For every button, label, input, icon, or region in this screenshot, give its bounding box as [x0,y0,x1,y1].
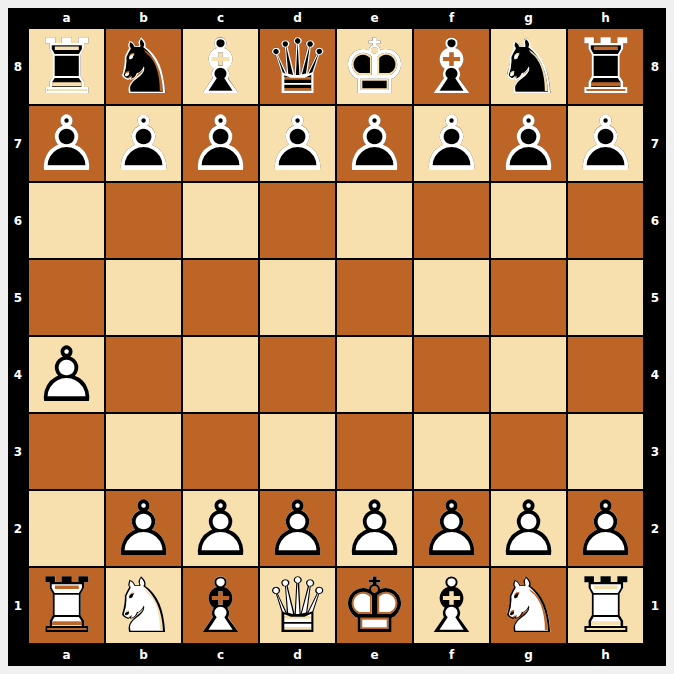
square-f1[interactable]: ♝♗ [413,567,490,644]
piece-white-knight[interactable]: ♞♘ [106,568,181,643]
rank-label-5: 5 [8,259,28,336]
square-h6[interactable] [567,182,644,259]
square-b3[interactable] [105,413,182,490]
square-b5[interactable] [105,259,182,336]
square-c1[interactable]: ♝♗ [182,567,259,644]
square-f3[interactable] [413,413,490,490]
piece-outline-glyph: ♙ [260,106,335,181]
square-h5[interactable] [567,259,644,336]
square-b6[interactable] [105,182,182,259]
piece-outline-glyph: ♙ [183,106,258,181]
piece-white-pawn[interactable]: ♟♙ [106,491,181,566]
piece-black-bishop[interactable]: ♝♗ [414,29,489,104]
piece-outline-glyph: ♙ [337,106,412,181]
square-g1[interactable]: ♞♘ [490,567,567,644]
piece-white-pawn[interactable]: ♟♙ [414,491,489,566]
square-e3[interactable] [336,413,413,490]
piece-outline-glyph: ♙ [491,491,566,566]
square-g2[interactable]: ♟♙ [490,490,567,567]
square-d1[interactable]: ♛♕ [259,567,336,644]
square-a6[interactable] [28,182,105,259]
square-a2[interactable] [28,490,105,567]
rank-label-4: 4 [8,336,28,413]
piece-black-pawn[interactable]: ♟♙ [29,106,104,181]
piece-black-pawn[interactable]: ♟♙ [414,106,489,181]
piece-outline-glyph: ♙ [414,106,489,181]
piece-white-pawn[interactable]: ♟♙ [337,491,412,566]
rank-label-2: 2 [8,490,28,567]
piece-outline-glyph: ♘ [106,29,181,104]
square-g4[interactable] [490,336,567,413]
piece-black-rook[interactable]: ♜♖ [568,29,643,104]
square-c8[interactable]: ♝♗ [182,28,259,105]
square-b4[interactable] [105,336,182,413]
square-g5[interactable] [490,259,567,336]
piece-outline-glyph: ♙ [183,491,258,566]
piece-white-pawn[interactable]: ♟♙ [491,491,566,566]
piece-black-pawn[interactable]: ♟♙ [491,106,566,181]
piece-black-pawn[interactable]: ♟♙ [260,106,335,181]
square-e7[interactable]: ♟♙ [336,105,413,182]
square-d4[interactable] [259,336,336,413]
square-c3[interactable] [182,413,259,490]
piece-black-bishop[interactable]: ♝♗ [183,29,258,104]
square-e1[interactable]: ♚♔ [336,567,413,644]
piece-outline-glyph: ♗ [414,29,489,104]
square-a8[interactable]: ♜♖ [28,28,105,105]
rank-label-3: 3 [644,413,666,490]
rank-label-7: 7 [8,105,28,182]
square-d2[interactable]: ♟♙ [259,490,336,567]
piece-white-knight[interactable]: ♞♘ [491,568,566,643]
piece-outline-glyph: ♗ [183,568,258,643]
rank-label-1: 1 [8,567,28,644]
rank-label-4: 4 [644,336,666,413]
piece-white-bishop[interactable]: ♝♗ [414,568,489,643]
square-g3[interactable] [490,413,567,490]
piece-white-pawn[interactable]: ♟♙ [183,491,258,566]
piece-white-pawn[interactable]: ♟♙ [568,491,643,566]
square-d3[interactable] [259,413,336,490]
piece-black-knight[interactable]: ♞♘ [491,29,566,104]
square-g8[interactable]: ♞♘ [490,28,567,105]
square-g7[interactable]: ♟♙ [490,105,567,182]
square-a1[interactable]: ♜♖ [28,567,105,644]
rank-label-2: 2 [644,490,666,567]
square-f5[interactable] [413,259,490,336]
piece-outline-glyph: ♙ [29,337,104,412]
piece-outline-glyph: ♙ [568,106,643,181]
piece-white-pawn[interactable]: ♟♙ [260,491,335,566]
square-g6[interactable] [490,182,567,259]
rank-label-8: 8 [8,28,28,105]
square-f2[interactable]: ♟♙ [413,490,490,567]
square-c4[interactable] [182,336,259,413]
piece-outline-glyph: ♖ [29,29,104,104]
piece-black-king[interactable]: ♚♔ [337,29,412,104]
square-h2[interactable]: ♟♙ [567,490,644,567]
square-f8[interactable]: ♝♗ [413,28,490,105]
chessboard-app: abcdefgh abcdefgh 87654321 87654321 ♜♖♞♘… [0,0,674,674]
square-e4[interactable] [336,336,413,413]
piece-white-rook[interactable]: ♜♖ [29,568,104,643]
piece-white-king[interactable]: ♚♔ [337,568,412,643]
rank-label-5: 5 [644,259,666,336]
square-h4[interactable] [567,336,644,413]
piece-black-pawn[interactable]: ♟♙ [337,106,412,181]
square-e5[interactable] [336,259,413,336]
rank-label-1: 1 [644,567,666,644]
square-h7[interactable]: ♟♙ [567,105,644,182]
square-d8[interactable]: ♛♕ [259,28,336,105]
board-frame: abcdefgh abcdefgh 87654321 87654321 ♜♖♞♘… [8,8,666,666]
square-b1[interactable]: ♞♘ [105,567,182,644]
square-f6[interactable] [413,182,490,259]
piece-outline-glyph: ♙ [106,491,181,566]
piece-black-pawn[interactable]: ♟♙ [106,106,181,181]
board-grid: ♜♖♞♘♝♗♛♕♚♔♝♗♞♘♜♖♟♙♟♙♟♙♟♙♟♙♟♙♟♙♟♙♟♙♟♙♟♙♟♙… [28,28,644,644]
piece-white-queen[interactable]: ♛♕ [260,568,335,643]
rank-label-7: 7 [644,105,666,182]
piece-outline-glyph: ♙ [414,491,489,566]
piece-outline-glyph: ♖ [568,29,643,104]
rank-labels-right: 87654321 [644,28,666,644]
rank-label-3: 3 [8,413,28,490]
square-f4[interactable] [413,336,490,413]
square-h3[interactable] [567,413,644,490]
piece-outline-glyph: ♗ [183,29,258,104]
piece-outline-glyph: ♘ [491,568,566,643]
piece-black-queen[interactable]: ♛♕ [260,29,335,104]
piece-outline-glyph: ♘ [106,568,181,643]
rank-label-6: 6 [8,182,28,259]
square-a4[interactable]: ♟♙ [28,336,105,413]
piece-outline-glyph: ♖ [568,568,643,643]
square-c7[interactable]: ♟♙ [182,105,259,182]
piece-outline-glyph: ♔ [337,568,412,643]
square-f7[interactable]: ♟♙ [413,105,490,182]
piece-outline-glyph: ♙ [568,491,643,566]
piece-outline-glyph: ♙ [337,491,412,566]
piece-outline-glyph: ♙ [491,106,566,181]
piece-outline-glyph: ♕ [260,568,335,643]
piece-white-rook[interactable]: ♜♖ [568,568,643,643]
square-d5[interactable] [259,259,336,336]
piece-outline-glyph: ♙ [260,491,335,566]
rank-label-8: 8 [644,28,666,105]
square-e6[interactable] [336,182,413,259]
square-a7[interactable]: ♟♙ [28,105,105,182]
square-c6[interactable] [182,182,259,259]
piece-white-pawn[interactable]: ♟♙ [29,337,104,412]
square-e8[interactable]: ♚♔ [336,28,413,105]
rank-label-6: 6 [644,182,666,259]
piece-black-knight[interactable]: ♞♘ [106,29,181,104]
piece-white-bishop[interactable]: ♝♗ [183,568,258,643]
piece-black-pawn[interactable]: ♟♙ [183,106,258,181]
square-h8[interactable]: ♜♖ [567,28,644,105]
square-a3[interactable] [28,413,105,490]
square-b2[interactable]: ♟♙ [105,490,182,567]
piece-black-pawn[interactable]: ♟♙ [568,106,643,181]
rank-labels-left: 87654321 [8,28,28,644]
square-d6[interactable] [259,182,336,259]
piece-outline-glyph: ♙ [29,106,104,181]
piece-outline-glyph: ♙ [106,106,181,181]
piece-outline-glyph: ♔ [337,29,412,104]
piece-outline-glyph: ♗ [414,568,489,643]
square-a5[interactable] [28,259,105,336]
square-e2[interactable]: ♟♙ [336,490,413,567]
square-b7[interactable]: ♟♙ [105,105,182,182]
square-c2[interactable]: ♟♙ [182,490,259,567]
square-b8[interactable]: ♞♘ [105,28,182,105]
square-h1[interactable]: ♜♖ [567,567,644,644]
square-c5[interactable] [182,259,259,336]
piece-black-rook[interactable]: ♜♖ [29,29,104,104]
square-d7[interactable]: ♟♙ [259,105,336,182]
piece-outline-glyph: ♖ [29,568,104,643]
piece-outline-glyph: ♕ [260,29,335,104]
piece-outline-glyph: ♘ [491,29,566,104]
